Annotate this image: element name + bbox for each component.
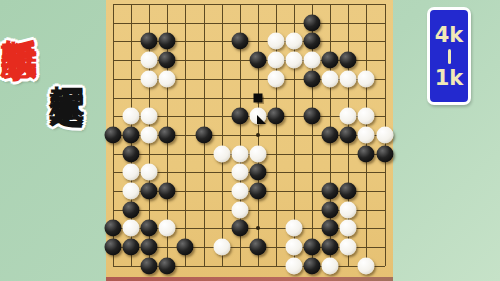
red-slogan-text: 斩断实战恶手 — [1, 10, 37, 16]
triangle-marker — [257, 115, 266, 124]
black-stone — [322, 239, 339, 256]
black-stone — [159, 183, 176, 200]
black-stone — [322, 52, 339, 69]
white-stone — [141, 108, 158, 125]
star-point — [256, 226, 260, 230]
thumbnail-canvas: 斩断实战恶手 探索棋之正道 4k 1k — [0, 0, 500, 281]
black-stone — [304, 70, 321, 87]
black-stone — [141, 239, 158, 256]
black-stone — [249, 183, 266, 200]
white-stone — [159, 70, 176, 87]
black-stone — [358, 145, 375, 162]
white-stone — [358, 126, 375, 143]
white-stone — [267, 70, 284, 87]
white-stone — [123, 164, 140, 181]
black-stone — [105, 126, 122, 143]
black-stone — [141, 220, 158, 237]
white-stone — [340, 220, 357, 237]
black-stone — [231, 220, 248, 237]
white-stone — [286, 33, 303, 50]
rank-badge: 4k 1k — [427, 7, 471, 105]
white-stone — [286, 239, 303, 256]
grid-line-horizontal — [113, 4, 385, 5]
white-stone — [358, 108, 375, 125]
black-stone — [231, 108, 248, 125]
go-board — [106, 0, 393, 277]
white-stone — [123, 108, 140, 125]
rank-badge-bottom: 1k — [435, 66, 464, 90]
square-marker — [253, 93, 262, 102]
white-stone — [286, 257, 303, 274]
white-stone — [231, 145, 248, 162]
white-stone — [213, 239, 230, 256]
rank-badge-divider-bar — [448, 49, 451, 64]
white-stone — [159, 220, 176, 237]
black-stone — [159, 52, 176, 69]
white-stone — [358, 257, 375, 274]
black-stone — [322, 183, 339, 200]
grid-line-horizontal — [113, 23, 385, 24]
black-stone — [123, 201, 140, 218]
star-point — [256, 133, 260, 137]
black-stone — [249, 239, 266, 256]
white-stone — [267, 33, 284, 50]
white-stone — [231, 201, 248, 218]
white-stone — [141, 164, 158, 181]
black-stone — [267, 108, 284, 125]
black-stone — [141, 257, 158, 274]
white-stone — [231, 183, 248, 200]
black-stone — [304, 14, 321, 31]
white-stone — [141, 126, 158, 143]
black-stone — [376, 145, 393, 162]
white-stone — [286, 220, 303, 237]
black-stone — [105, 220, 122, 237]
white-stone — [340, 108, 357, 125]
black-stone — [159, 33, 176, 50]
black-stone — [322, 220, 339, 237]
black-stone — [123, 145, 140, 162]
black-stone — [304, 257, 321, 274]
black-stone — [195, 126, 212, 143]
white-stone — [304, 52, 321, 69]
black-stone — [249, 164, 266, 181]
black-stone — [340, 126, 357, 143]
white-stone — [141, 52, 158, 69]
black-stone — [322, 201, 339, 218]
white-stone — [249, 145, 266, 162]
black-stone — [340, 183, 357, 200]
black-stone — [322, 126, 339, 143]
white-stone — [340, 70, 357, 87]
black-stone — [141, 183, 158, 200]
black-stone — [340, 52, 357, 69]
white-stone — [286, 52, 303, 69]
white-stone — [322, 70, 339, 87]
white-stone — [267, 52, 284, 69]
white-stone — [340, 201, 357, 218]
black-stone — [123, 126, 140, 143]
black-stone — [304, 108, 321, 125]
black-stone — [231, 33, 248, 50]
white-stone — [123, 183, 140, 200]
black-slogan-text: 探索棋之正道 — [49, 58, 84, 64]
white-stone — [231, 164, 248, 181]
black-stone — [249, 52, 266, 69]
black-stone — [177, 239, 194, 256]
white-stone — [376, 126, 393, 143]
black-stone — [105, 239, 122, 256]
white-stone — [322, 257, 339, 274]
black-stone — [304, 239, 321, 256]
black-stone — [123, 239, 140, 256]
white-stone — [340, 239, 357, 256]
black-stone — [159, 126, 176, 143]
white-stone — [213, 145, 230, 162]
white-stone — [141, 70, 158, 87]
grid-line-horizontal — [113, 98, 385, 99]
white-stone — [358, 70, 375, 87]
black-stone — [141, 33, 158, 50]
board-bottom-edge — [106, 277, 393, 281]
black-stone — [304, 33, 321, 50]
rank-badge-top: 4k — [435, 23, 464, 47]
white-stone — [123, 220, 140, 237]
black-stone — [159, 257, 176, 274]
